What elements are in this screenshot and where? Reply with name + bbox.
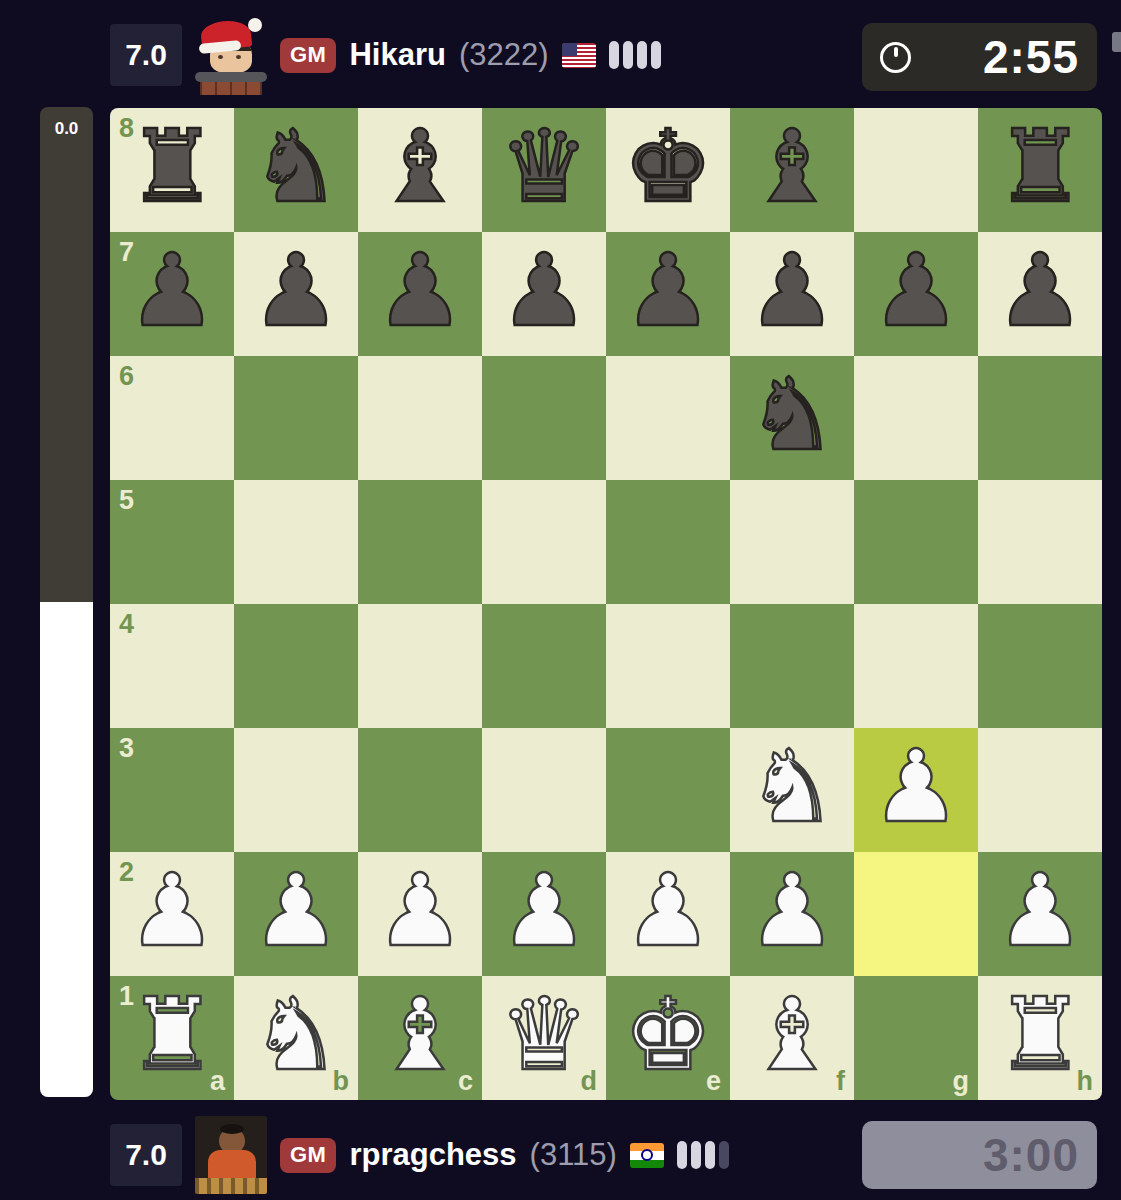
square-f4[interactable] xyxy=(730,604,854,728)
piece-black-pawn[interactable]: ♟ xyxy=(995,241,1085,341)
square-d8[interactable]: ♛ xyxy=(482,108,606,232)
connection-bar xyxy=(705,1141,715,1169)
square-h4[interactable] xyxy=(978,604,1102,728)
hikaru-santa-chimney-avatar[interactable] xyxy=(195,15,267,95)
piece-black-pawn[interactable]: ♟ xyxy=(127,241,217,341)
square-a1[interactable]: 1a♜ xyxy=(110,976,234,1100)
bottom-clock-time: 3:00 xyxy=(983,1128,1079,1182)
square-e6[interactable] xyxy=(606,356,730,480)
santa-hat-pom-graphic xyxy=(248,18,262,32)
bottom-match-score: 7.0 xyxy=(110,1124,182,1186)
square-b8[interactable]: ♞ xyxy=(234,108,358,232)
edge-partial-icon[interactable] xyxy=(1112,32,1121,52)
connection-bar xyxy=(677,1141,687,1169)
top-match-score-value: 7.0 xyxy=(125,38,167,72)
bottom-connection-bars-icon xyxy=(677,1141,729,1169)
square-g8[interactable] xyxy=(854,108,978,232)
square-b6[interactable] xyxy=(234,356,358,480)
piece-white-bishop[interactable]: ♝ xyxy=(375,985,465,1085)
square-d6[interactable] xyxy=(482,356,606,480)
square-e4[interactable] xyxy=(606,604,730,728)
piece-white-pawn[interactable]: ♟ xyxy=(251,861,341,961)
square-c5[interactable] xyxy=(358,480,482,604)
square-g5[interactable] xyxy=(854,480,978,604)
square-a4[interactable]: 4 xyxy=(110,604,234,728)
square-b3[interactable] xyxy=(234,728,358,852)
piece-black-pawn[interactable]: ♟ xyxy=(871,241,961,341)
bottom-title-badge: GM xyxy=(280,1138,336,1173)
piece-black-pawn[interactable]: ♟ xyxy=(623,241,713,341)
us-flag-icon xyxy=(562,43,596,68)
square-b4[interactable] xyxy=(234,604,358,728)
rank-label-3: 3 xyxy=(119,735,134,762)
piece-white-pawn[interactable]: ♟ xyxy=(871,737,961,837)
piece-black-knight[interactable]: ♞ xyxy=(251,117,341,217)
top-clock-time: 2:55 xyxy=(983,30,1079,84)
file-label-f: f xyxy=(836,1068,845,1095)
rank-label-4: 4 xyxy=(119,611,134,638)
piece-black-bishop[interactable]: ♝ xyxy=(747,117,837,217)
square-h5[interactable] xyxy=(978,480,1102,604)
square-a5[interactable]: 5 xyxy=(110,480,234,604)
piece-white-knight[interactable]: ♞ xyxy=(251,985,341,1085)
square-e2[interactable]: ♟ xyxy=(606,852,730,976)
player-photo-chess-pieces-graphic xyxy=(195,1178,267,1194)
connection-bar xyxy=(719,1141,729,1169)
evaluation-score: 0.0 xyxy=(40,119,93,139)
square-a6[interactable]: 6 xyxy=(110,356,234,480)
square-g3[interactable]: ♟ xyxy=(854,728,978,852)
connection-bar xyxy=(651,41,661,69)
india-flag-icon xyxy=(630,1143,664,1168)
player-photo-shirt-graphic xyxy=(208,1150,256,1180)
square-b5[interactable] xyxy=(234,480,358,604)
square-a7[interactable]: 7♟ xyxy=(110,232,234,356)
bottom-player-name[interactable]: rpragchess xyxy=(349,1137,516,1173)
piece-black-pawn[interactable]: ♟ xyxy=(499,241,589,341)
piece-white-pawn[interactable]: ♟ xyxy=(127,861,217,961)
square-d7[interactable]: ♟ xyxy=(482,232,606,356)
square-h6[interactable] xyxy=(978,356,1102,480)
square-e1[interactable]: e♚ xyxy=(606,976,730,1100)
square-c3[interactable] xyxy=(358,728,482,852)
square-h3[interactable] xyxy=(978,728,1102,852)
piece-black-rook[interactable]: ♜ xyxy=(127,117,217,217)
chess-board[interactable]: 8♜♞♝♛♚♝♜7♟♟♟♟♟♟♟♟6♞543♞♟2♟♟♟♟♟♟♟1a♜b♞c♝d… xyxy=(110,108,1102,1100)
square-f6[interactable]: ♞ xyxy=(730,356,854,480)
piece-white-pawn[interactable]: ♟ xyxy=(747,861,837,961)
square-c4[interactable] xyxy=(358,604,482,728)
square-h8[interactable]: ♜ xyxy=(978,108,1102,232)
bottom-player-rating: (3115) xyxy=(530,1137,617,1173)
chimney-graphic xyxy=(200,80,262,95)
square-b2[interactable]: ♟ xyxy=(234,852,358,976)
square-g7[interactable]: ♟ xyxy=(854,232,978,356)
clock-icon xyxy=(880,42,911,73)
piece-white-pawn[interactable]: ♟ xyxy=(375,861,465,961)
square-e5[interactable] xyxy=(606,480,730,604)
piece-white-pawn[interactable]: ♟ xyxy=(499,861,589,961)
file-label-g: g xyxy=(953,1068,970,1095)
square-g4[interactable] xyxy=(854,604,978,728)
square-d5[interactable] xyxy=(482,480,606,604)
piece-black-rook[interactable]: ♜ xyxy=(995,117,1085,217)
top-match-score: 7.0 xyxy=(110,24,182,86)
square-f2[interactable]: ♟ xyxy=(730,852,854,976)
connection-bar xyxy=(637,41,647,69)
piece-white-pawn[interactable]: ♟ xyxy=(623,861,713,961)
square-f7[interactable]: ♟ xyxy=(730,232,854,356)
piece-black-queen[interactable]: ♛ xyxy=(499,117,589,217)
rank-label-5: 5 xyxy=(119,487,134,514)
square-c1[interactable]: c♝ xyxy=(358,976,482,1100)
square-f1[interactable]: f♝ xyxy=(730,976,854,1100)
bottom-player-clock: 3:00 xyxy=(862,1121,1097,1189)
square-b7[interactable]: ♟ xyxy=(234,232,358,356)
square-c8[interactable]: ♝ xyxy=(358,108,482,232)
piece-white-rook[interactable]: ♜ xyxy=(995,985,1085,1085)
ledge-graphic xyxy=(195,72,267,82)
piece-white-knight[interactable]: ♞ xyxy=(747,737,837,837)
square-h2[interactable]: ♟ xyxy=(978,852,1102,976)
square-f5[interactable] xyxy=(730,480,854,604)
square-c7[interactable]: ♟ xyxy=(358,232,482,356)
connection-bar xyxy=(609,41,619,69)
square-e8[interactable]: ♚ xyxy=(606,108,730,232)
piece-black-pawn[interactable]: ♟ xyxy=(747,241,837,341)
square-f3[interactable]: ♞ xyxy=(730,728,854,852)
piece-black-knight[interactable]: ♞ xyxy=(747,365,837,465)
top-player-row: 7.0 GM Hikaru (3222) xyxy=(110,14,661,96)
square-c2[interactable]: ♟ xyxy=(358,852,482,976)
square-a2[interactable]: 2♟ xyxy=(110,852,234,976)
piece-black-bishop[interactable]: ♝ xyxy=(375,117,465,217)
square-c6[interactable] xyxy=(358,356,482,480)
top-player-rating: (3222) xyxy=(459,37,549,73)
square-e7[interactable]: ♟ xyxy=(606,232,730,356)
square-a3[interactable]: 3 xyxy=(110,728,234,852)
piece-black-pawn[interactable]: ♟ xyxy=(251,241,341,341)
square-d4[interactable] xyxy=(482,604,606,728)
piece-black-pawn[interactable]: ♟ xyxy=(375,241,465,341)
top-connection-bars-icon xyxy=(609,41,661,69)
square-d2[interactable]: ♟ xyxy=(482,852,606,976)
square-g2[interactable] xyxy=(854,852,978,976)
square-h7[interactable]: ♟ xyxy=(978,232,1102,356)
top-player-name[interactable]: Hikaru xyxy=(349,37,445,73)
rank-label-6: 6 xyxy=(119,363,134,390)
connection-bar xyxy=(623,41,633,69)
piece-black-king[interactable]: ♚ xyxy=(623,117,713,217)
bottom-player-row: 7.0 GM rpragchess (3115) xyxy=(110,1114,729,1196)
bottom-match-score-value: 7.0 xyxy=(125,1138,167,1172)
connection-bar xyxy=(691,1141,701,1169)
square-a8[interactable]: 8♜ xyxy=(110,108,234,232)
square-d1[interactable]: d♛ xyxy=(482,976,606,1100)
square-e3[interactable] xyxy=(606,728,730,852)
rpragchess-photo-avatar[interactable] xyxy=(195,1116,267,1194)
square-g6[interactable] xyxy=(854,356,978,480)
top-player-clock: 2:55 xyxy=(862,23,1097,91)
piece-white-king[interactable]: ♚ xyxy=(623,985,713,1085)
evaluation-bar-white-half xyxy=(40,602,93,1097)
piece-white-bishop[interactable]: ♝ xyxy=(747,985,837,1085)
evaluation-bar: 0.0 xyxy=(40,107,93,1097)
square-f8[interactable]: ♝ xyxy=(730,108,854,232)
square-d3[interactable] xyxy=(482,728,606,852)
piece-white-queen[interactable]: ♛ xyxy=(499,985,589,1085)
square-g1[interactable]: g xyxy=(854,976,978,1100)
square-b1[interactable]: b♞ xyxy=(234,976,358,1100)
piece-white-rook[interactable]: ♜ xyxy=(127,985,217,1085)
square-h1[interactable]: h♜ xyxy=(978,976,1102,1100)
piece-white-pawn[interactable]: ♟ xyxy=(995,861,1085,961)
top-title-badge: GM xyxy=(280,38,336,73)
